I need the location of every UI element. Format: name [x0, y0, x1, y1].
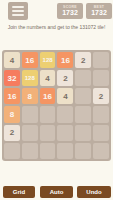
game-subtitle: Join the numbers and get to the 131072 t… — [0, 24, 113, 31]
undo-button[interactable]: Undo — [77, 186, 111, 198]
empty-cell — [93, 143, 109, 159]
tile-32: 32 — [4, 70, 20, 86]
score-badge: SCORE 1732 — [57, 3, 83, 19]
tile-4: 4 — [57, 88, 73, 104]
tile-2: 2 — [4, 125, 20, 141]
tile-4: 4 — [40, 70, 56, 86]
tile-8: 8 — [4, 106, 20, 122]
tile-2: 2 — [75, 52, 91, 68]
empty-cell — [93, 70, 109, 86]
tile-2: 2 — [57, 70, 73, 86]
tile-16: 16 — [22, 52, 38, 68]
empty-cell — [75, 106, 91, 122]
empty-cell — [22, 106, 38, 122]
tile-2: 2 — [93, 88, 109, 104]
empty-cell — [22, 125, 38, 141]
empty-cell — [75, 143, 91, 159]
empty-cell — [22, 143, 38, 159]
empty-cell — [40, 106, 56, 122]
empty-cell — [40, 125, 56, 141]
empty-cell — [93, 125, 109, 141]
tile-128: 128 — [40, 52, 56, 68]
tile-128: 128 — [22, 70, 38, 86]
hamburger-icon — [12, 6, 24, 16]
tile-4: 4 — [4, 52, 20, 68]
empty-cell — [93, 52, 109, 68]
score-value: 1732 — [62, 9, 78, 17]
menu-button[interactable] — [8, 2, 28, 20]
empty-cell — [4, 143, 20, 159]
empty-cell — [75, 88, 91, 104]
empty-cell — [75, 70, 91, 86]
tile-16: 16 — [57, 52, 73, 68]
grid-button[interactable]: Grid — [3, 186, 35, 198]
empty-cell — [40, 143, 56, 159]
empty-cell — [57, 125, 73, 141]
empty-cell — [57, 106, 73, 122]
empty-cell — [93, 106, 109, 122]
empty-cell — [57, 143, 73, 159]
tile-16: 16 — [40, 88, 56, 104]
best-badge: BEST 1732 — [86, 3, 112, 19]
board[interactable]: 4161281623212842168164282 — [2, 50, 111, 161]
app-2048: SCORE 1732 BEST 1732 Join the numbers an… — [0, 0, 113, 200]
tile-8: 8 — [22, 88, 38, 104]
tile-16: 16 — [4, 88, 20, 104]
best-value: 1732 — [91, 9, 107, 17]
empty-cell — [75, 125, 91, 141]
auto-button[interactable]: Auto — [40, 186, 73, 198]
